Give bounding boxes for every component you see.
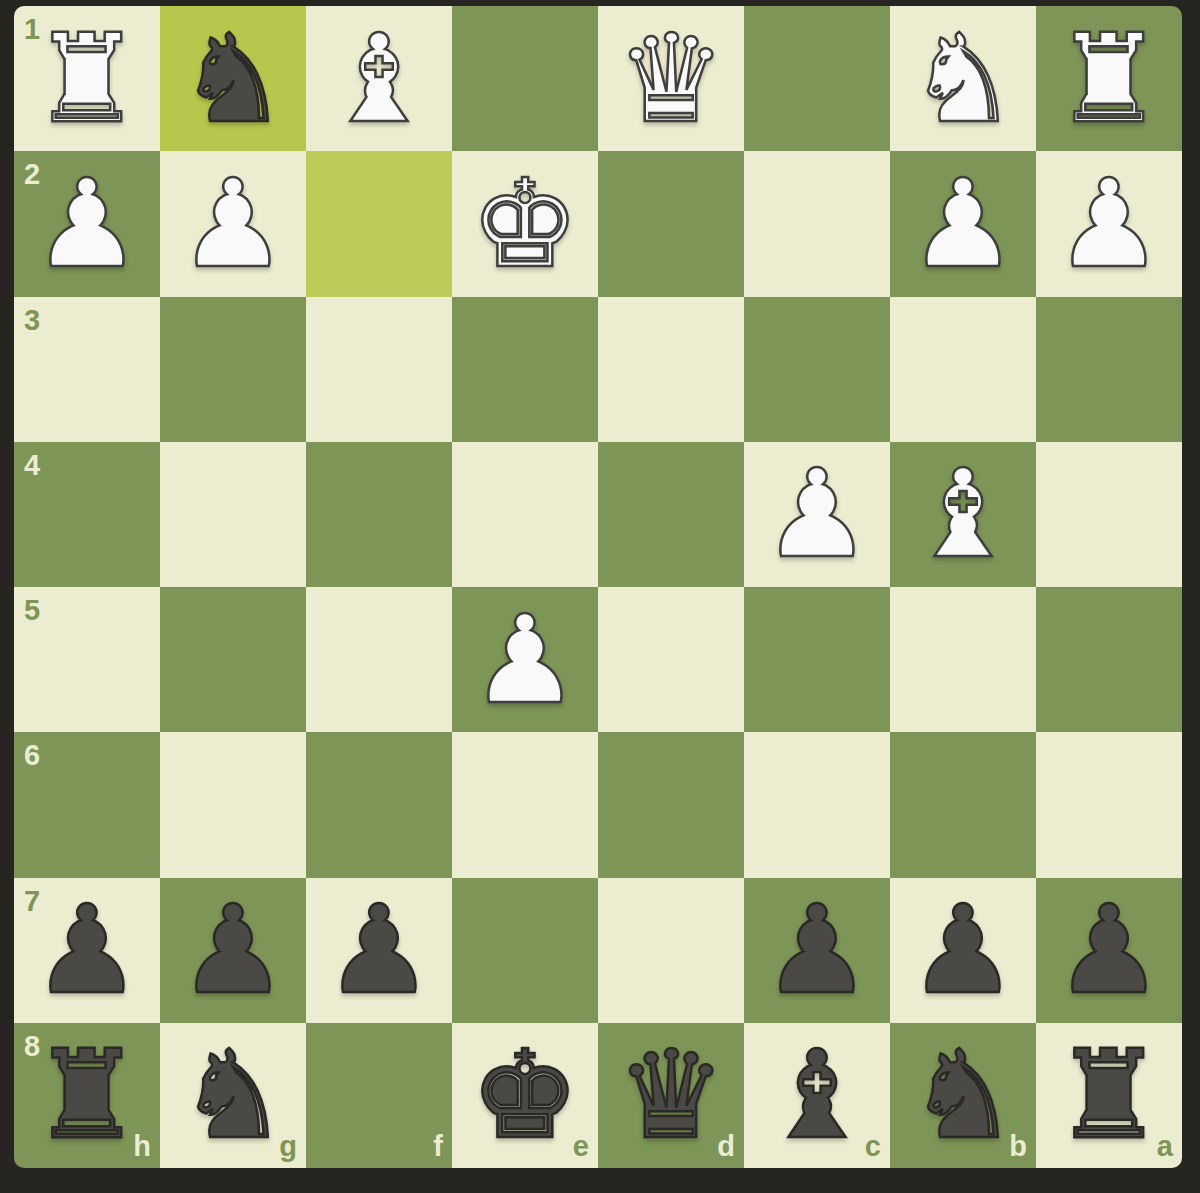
square-f3[interactable] (306, 297, 452, 442)
square-g6[interactable] (160, 732, 306, 877)
piece-white-rook-h1[interactable]: ♜ (14, 6, 160, 151)
square-e5[interactable]: ♟ (452, 587, 598, 732)
square-g4[interactable] (160, 442, 306, 587)
piece-white-pawn-a2[interactable]: ♟ (1036, 151, 1182, 296)
square-g5[interactable] (160, 587, 306, 732)
piece-black-knight-g8[interactable]: ♞ (160, 1023, 306, 1168)
piece-white-pawn-c4[interactable]: ♟ (744, 442, 890, 587)
square-d8[interactable]: d♛ (598, 1023, 744, 1168)
piece-black-pawn-f7[interactable]: ♟ (306, 878, 452, 1023)
piece-black-pawn-h7[interactable]: ♟ (14, 878, 160, 1023)
piece-black-pawn-c7[interactable]: ♟ (744, 878, 890, 1023)
square-c7[interactable]: ♟ (744, 878, 890, 1023)
square-b4[interactable]: ♝ (890, 442, 1036, 587)
square-h5[interactable]: 5 (14, 587, 160, 732)
square-d5[interactable] (598, 587, 744, 732)
piece-black-pawn-a7[interactable]: ♟ (1036, 878, 1182, 1023)
piece-white-pawn-b2[interactable]: ♟ (890, 151, 1036, 296)
square-g2[interactable]: ♟ (160, 151, 306, 296)
square-e8[interactable]: e♚ (452, 1023, 598, 1168)
square-f2[interactable] (306, 151, 452, 296)
rank-label-3: 3 (24, 306, 40, 335)
square-c8[interactable]: c♝ (744, 1023, 890, 1168)
square-f5[interactable] (306, 587, 452, 732)
square-h7[interactable]: 7♟ (14, 878, 160, 1023)
square-a1[interactable]: ♜ (1036, 6, 1182, 151)
square-e6[interactable] (452, 732, 598, 877)
square-d1[interactable]: ♛ (598, 6, 744, 151)
square-c5[interactable] (744, 587, 890, 732)
rank-label-4: 4 (24, 451, 40, 480)
square-d7[interactable] (598, 878, 744, 1023)
square-f6[interactable] (306, 732, 452, 877)
piece-white-bishop-f1[interactable]: ♝ (306, 6, 452, 151)
square-f8[interactable]: f (306, 1023, 452, 1168)
square-b8[interactable]: b♞ (890, 1023, 1036, 1168)
square-f7[interactable]: ♟ (306, 878, 452, 1023)
square-b5[interactable] (890, 587, 1036, 732)
rank-label-5: 5 (24, 596, 40, 625)
square-g8[interactable]: g♞ (160, 1023, 306, 1168)
piece-white-pawn-e5[interactable]: ♟ (452, 587, 598, 732)
piece-white-queen-d1[interactable]: ♛ (598, 6, 744, 151)
square-a6[interactable] (1036, 732, 1182, 877)
square-a4[interactable] (1036, 442, 1182, 587)
square-c6[interactable] (744, 732, 890, 877)
square-h8[interactable]: 8h♜ (14, 1023, 160, 1168)
piece-black-king-e8[interactable]: ♚ (452, 1023, 598, 1168)
square-c1[interactable] (744, 6, 890, 151)
square-g3[interactable] (160, 297, 306, 442)
piece-white-pawn-g2[interactable]: ♟ (160, 151, 306, 296)
piece-white-bishop-b4[interactable]: ♝ (890, 442, 1036, 587)
square-d3[interactable] (598, 297, 744, 442)
square-d6[interactable] (598, 732, 744, 877)
square-a7[interactable]: ♟ (1036, 878, 1182, 1023)
square-h3[interactable]: 3 (14, 297, 160, 442)
piece-black-bishop-c8[interactable]: ♝ (744, 1023, 890, 1168)
square-d2[interactable] (598, 151, 744, 296)
square-c2[interactable] (744, 151, 890, 296)
piece-white-rook-a1[interactable]: ♜ (1036, 6, 1182, 151)
square-e4[interactable] (452, 442, 598, 587)
square-a3[interactable] (1036, 297, 1182, 442)
piece-black-pawn-g7[interactable]: ♟ (160, 878, 306, 1023)
square-e3[interactable] (452, 297, 598, 442)
square-c3[interactable] (744, 297, 890, 442)
piece-black-rook-a8[interactable]: ♜ (1036, 1023, 1182, 1168)
rank-label-6: 6 (24, 741, 40, 770)
square-b3[interactable] (890, 297, 1036, 442)
piece-black-rook-h8[interactable]: ♜ (14, 1023, 160, 1168)
piece-black-queen-d8[interactable]: ♛ (598, 1023, 744, 1168)
piece-white-knight-b1[interactable]: ♞ (890, 6, 1036, 151)
square-b2[interactable]: ♟ (890, 151, 1036, 296)
square-h6[interactable]: 6 (14, 732, 160, 877)
square-f4[interactable] (306, 442, 452, 587)
square-e2[interactable]: ♚ (452, 151, 598, 296)
square-f1[interactable]: ♝ (306, 6, 452, 151)
square-b6[interactable] (890, 732, 1036, 877)
square-e1[interactable] (452, 6, 598, 151)
square-a2[interactable]: ♟ (1036, 151, 1182, 296)
piece-black-knight-b8[interactable]: ♞ (890, 1023, 1036, 1168)
square-g1[interactable]: ♞ (160, 6, 306, 151)
square-h4[interactable]: 4 (14, 442, 160, 587)
board-background: 1♜♞♝♛♞♜2♟♟♚♟♟34♟♝5♟67♟♟♟♟♟♟8h♜g♞fe♚d♛c♝b… (0, 0, 1200, 1193)
piece-white-pawn-h2[interactable]: ♟ (14, 151, 160, 296)
piece-black-pawn-b7[interactable]: ♟ (890, 878, 1036, 1023)
piece-black-knight-g1[interactable]: ♞ (160, 6, 306, 151)
square-d4[interactable] (598, 442, 744, 587)
square-a5[interactable] (1036, 587, 1182, 732)
square-b1[interactable]: ♞ (890, 6, 1036, 151)
square-h1[interactable]: 1♜ (14, 6, 160, 151)
square-b7[interactable]: ♟ (890, 878, 1036, 1023)
file-label-f: f (433, 1132, 443, 1161)
square-c4[interactable]: ♟ (744, 442, 890, 587)
square-a8[interactable]: a♜ (1036, 1023, 1182, 1168)
chess-board[interactable]: 1♜♞♝♛♞♜2♟♟♚♟♟34♟♝5♟67♟♟♟♟♟♟8h♜g♞fe♚d♛c♝b… (14, 6, 1182, 1168)
piece-white-king-e2[interactable]: ♚ (452, 151, 598, 296)
square-h2[interactable]: 2♟ (14, 151, 160, 296)
square-g7[interactable]: ♟ (160, 878, 306, 1023)
square-e7[interactable] (452, 878, 598, 1023)
